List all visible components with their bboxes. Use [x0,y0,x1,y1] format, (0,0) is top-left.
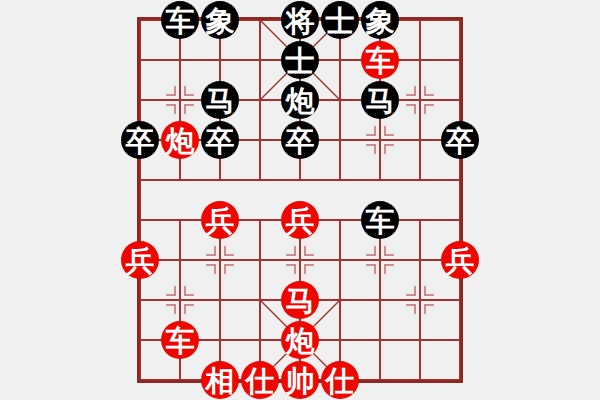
piece-red-cannon[interactable]: 炮 [281,321,319,359]
star-point-marker [425,305,434,314]
star-point-marker [185,86,194,95]
piece-black-horse[interactable]: 马 [361,81,399,119]
star-point-marker [406,305,415,314]
star-point-marker [166,305,175,314]
piece-red-advisor[interactable]: 仕 [241,361,279,399]
piece-black-advisor[interactable]: 士 [281,41,319,79]
piece-black-elephant[interactable]: 象 [361,1,399,39]
piece-red-cannon[interactable]: 炮 [161,121,199,159]
star-point-marker [185,305,194,314]
star-point-marker [166,105,175,114]
star-point-marker [185,286,194,295]
star-point-marker [406,286,415,295]
piece-black-chariot[interactable]: 车 [161,1,199,39]
star-point-marker [286,265,295,274]
piece-red-chariot[interactable]: 车 [161,321,199,359]
piece-black-general[interactable]: 将 [281,1,319,39]
piece-red-soldier[interactable]: 兵 [441,241,479,279]
piece-red-soldier[interactable]: 兵 [121,241,159,279]
piece-black-soldier[interactable]: 卒 [441,121,479,159]
star-point-marker [206,246,215,255]
star-point-marker [225,265,234,274]
star-point-marker [305,265,314,274]
piece-black-chariot[interactable]: 车 [361,201,399,239]
piece-red-soldier[interactable]: 兵 [281,201,319,239]
star-point-marker [366,145,375,154]
star-point-marker [425,286,434,295]
piece-black-cannon[interactable]: 炮 [281,81,319,119]
star-point-marker [166,286,175,295]
piece-red-soldier[interactable]: 兵 [201,201,239,239]
piece-red-general[interactable]: 帅 [281,361,319,399]
star-point-marker [366,126,375,135]
star-point-marker [385,145,394,154]
piece-black-soldier[interactable]: 卒 [281,121,319,159]
piece-black-advisor[interactable]: 士 [321,1,359,39]
piece-red-advisor[interactable]: 仕 [321,361,359,399]
star-point-marker [425,105,434,114]
xiangqi-diagram: 车象将士象士车马炮马卒炮卒卒卒兵兵车兵兵马车炮相仕帅仕 [0,0,600,400]
star-point-marker [406,105,415,114]
star-point-marker [206,265,215,274]
piece-red-elephant[interactable]: 相 [201,361,239,399]
star-point-marker [385,126,394,135]
piece-red-horse[interactable]: 马 [281,281,319,319]
piece-black-soldier[interactable]: 卒 [201,121,239,159]
star-point-marker [385,246,394,255]
star-point-marker [185,105,194,114]
piece-black-elephant[interactable]: 象 [201,1,239,39]
star-point-marker [286,246,295,255]
star-point-marker [385,265,394,274]
star-point-marker [225,246,234,255]
star-point-marker [305,246,314,255]
star-point-marker [366,265,375,274]
star-point-marker [366,246,375,255]
star-point-marker [406,86,415,95]
star-point-marker [425,86,434,95]
star-point-marker [166,86,175,95]
piece-black-horse[interactable]: 马 [201,81,239,119]
piece-black-soldier[interactable]: 卒 [121,121,159,159]
piece-red-chariot[interactable]: 车 [361,41,399,79]
